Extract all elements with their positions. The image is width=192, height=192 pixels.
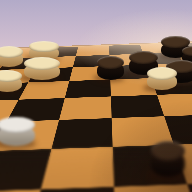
checker-piece-light[interactable] <box>0 46 23 67</box>
checker-piece-white[interactable] <box>0 117 35 146</box>
piece-top-face <box>147 67 177 80</box>
checker-piece-dark[interactable] <box>151 141 185 177</box>
piece-top-face <box>24 57 60 70</box>
piece-top-face <box>0 46 23 58</box>
checker-piece-dark[interactable] <box>97 56 124 80</box>
pieces-layer <box>0 0 192 192</box>
piece-top-face <box>29 41 59 52</box>
piece-top-face <box>151 141 185 161</box>
checker-piece-light[interactable] <box>24 57 60 80</box>
checker-piece-light[interactable] <box>0 70 22 92</box>
checkers-photo-stage <box>0 0 192 192</box>
checker-piece-light[interactable] <box>147 67 177 90</box>
